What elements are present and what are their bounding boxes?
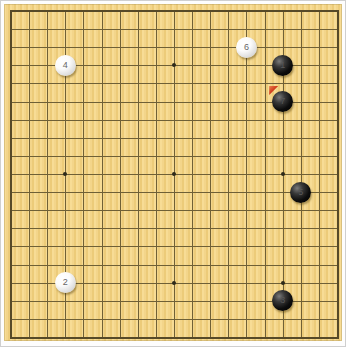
hoshi-point [172,172,176,176]
go-board[interactable]: 1234567 [4,4,342,341]
hoshi-point [281,281,285,285]
move-number-label: 5 [290,182,311,203]
move-number-label: 4 [55,55,76,76]
stone-black-r9[interactable]: 5 [290,182,311,203]
stone-white-d4[interactable]: 2 [55,272,76,293]
hoshi-point [172,63,176,67]
move-number-label: 6 [236,37,257,58]
hoshi-point [172,281,176,285]
move-number-label: 3 [272,290,293,311]
stone-white-d16[interactable]: 4 [55,55,76,76]
move-number-label: 1 [272,55,293,76]
hoshi-point [63,172,67,176]
stone-black-q14[interactable]: 7 [272,91,293,112]
stone-black-q3[interactable]: 3 [272,290,293,311]
intersection-grid: 1234567 [2,2,346,346]
move-number-label: 7 [272,91,293,112]
move-number-label: 2 [55,272,76,293]
screenshot-frame: 1234567 [0,0,346,347]
stone-white-o17[interactable]: 6 [236,37,257,58]
stone-black-q16[interactable]: 1 [272,55,293,76]
hoshi-point [281,172,285,176]
